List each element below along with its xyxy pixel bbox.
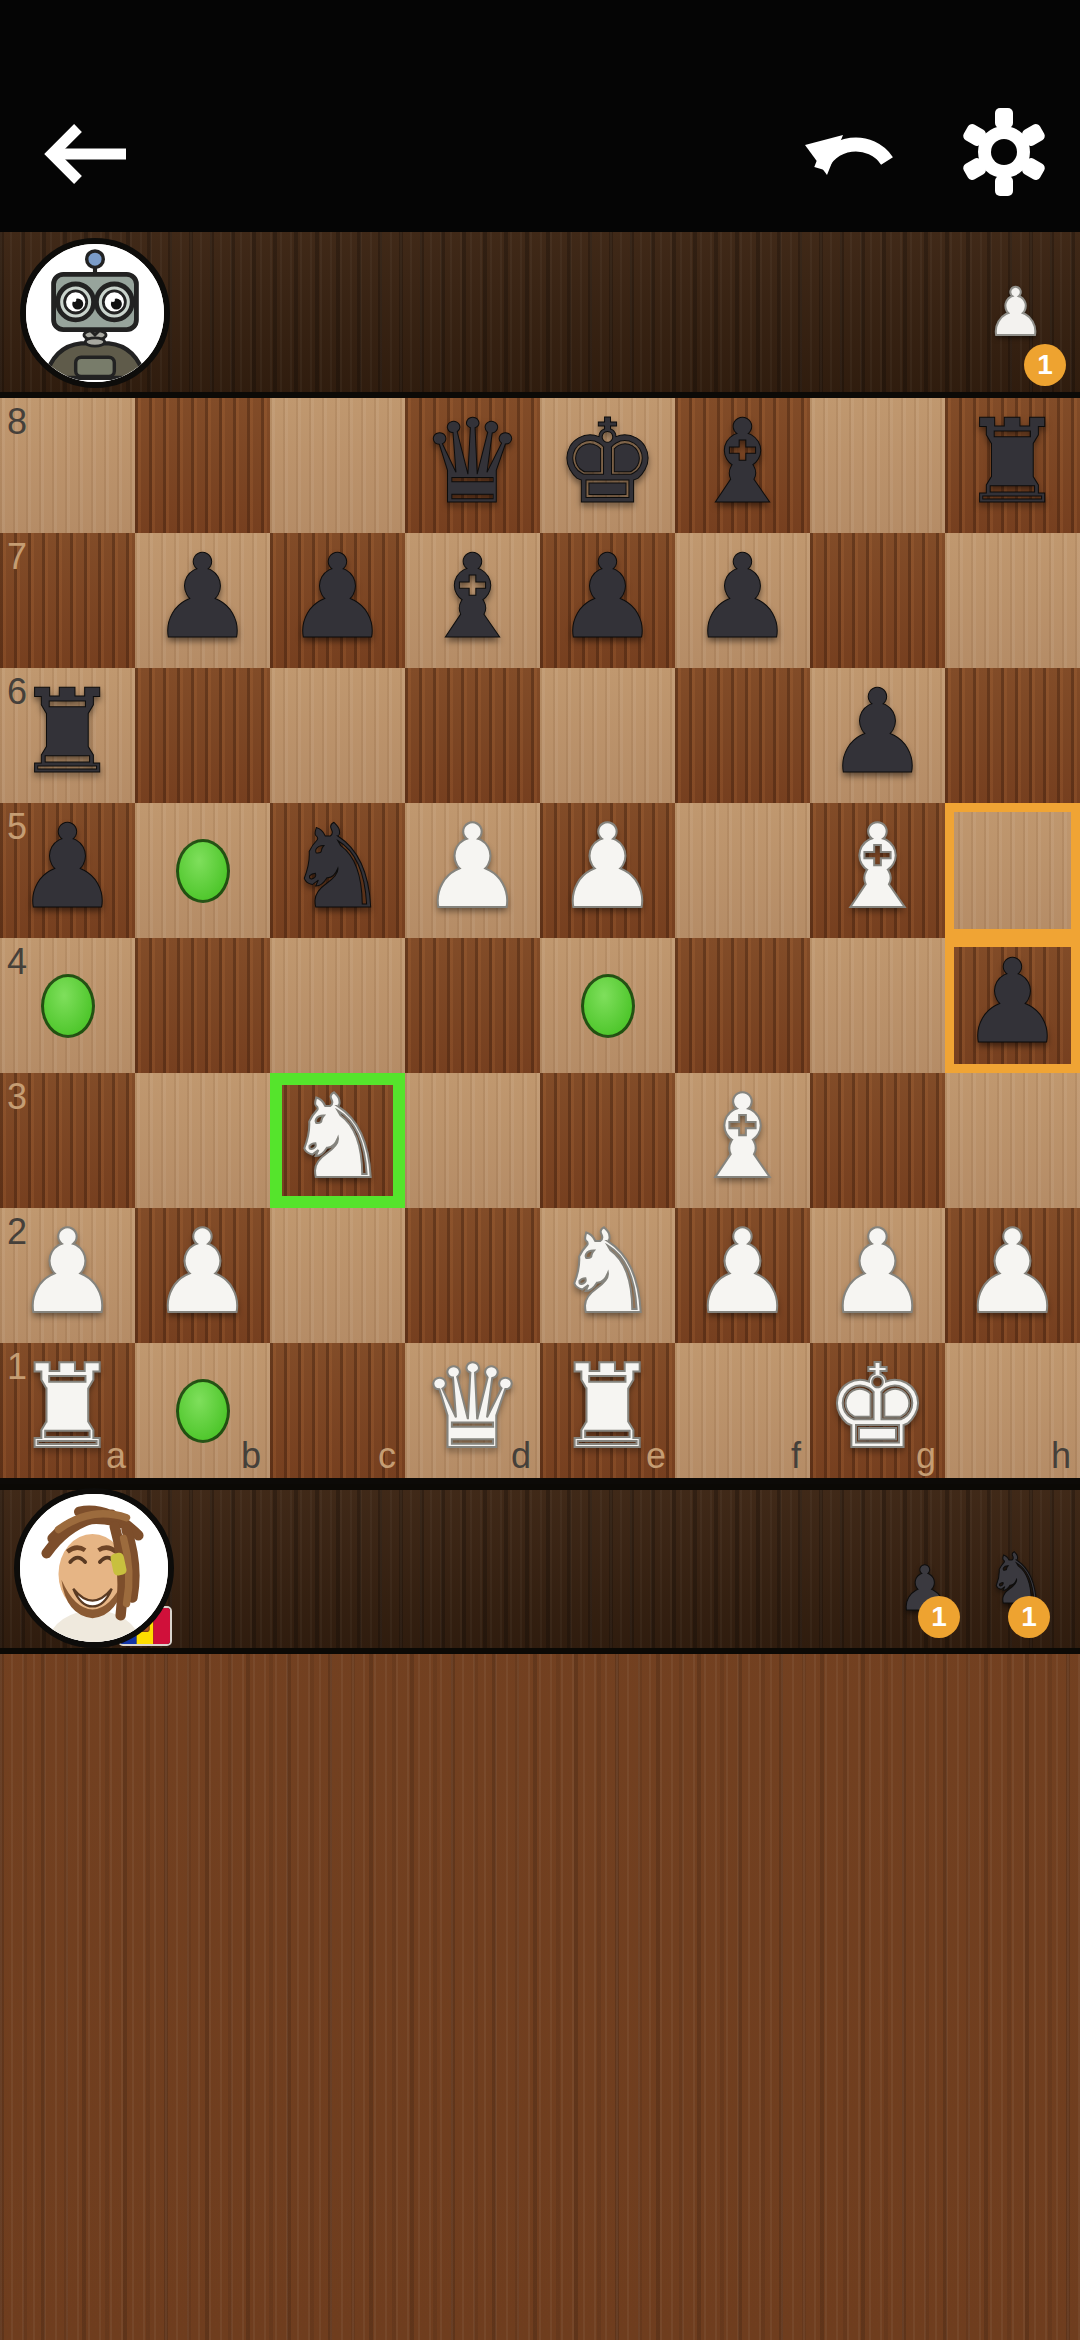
square-c3[interactable]: ♞ (270, 1073, 405, 1208)
square-d4[interactable] (405, 938, 540, 1073)
square-a7[interactable]: 7 (0, 533, 135, 668)
square-e5[interactable]: ♟ (540, 803, 675, 938)
piece-black-pawn: ♟ (270, 529, 405, 664)
square-e3[interactable] (540, 1073, 675, 1208)
piece-white-pawn: ♟ (675, 1204, 810, 1339)
back-arrow-icon (40, 121, 132, 187)
square-b7[interactable]: ♟ (135, 533, 270, 668)
square-d8[interactable]: ♛ (405, 398, 540, 533)
piece-white-pawn: ♟ (540, 799, 675, 934)
square-b5[interactable] (135, 803, 270, 938)
robot-icon (26, 244, 164, 382)
square-c6[interactable] (270, 668, 405, 803)
square-h6[interactable] (945, 668, 1080, 803)
square-f7[interactable]: ♟ (675, 533, 810, 668)
piece-white-pawn: ♟ (405, 799, 540, 934)
undo-icon (803, 113, 899, 187)
square-g5[interactable]: ♝ (810, 803, 945, 938)
piece-white-knight: ♞ (270, 1069, 405, 1204)
square-f5[interactable] (675, 803, 810, 938)
square-h7[interactable] (945, 533, 1080, 668)
square-d2[interactable] (405, 1208, 540, 1343)
piece-white-pawn: ♟ (135, 1204, 270, 1339)
file-label-d: d (511, 1435, 531, 1477)
square-a8[interactable]: 8 (0, 398, 135, 533)
square-a1[interactable]: 1a♜ (0, 1343, 135, 1478)
square-a5[interactable]: 5♟ (0, 803, 135, 938)
piece-black-pawn: ♟ (810, 664, 945, 799)
captured-count-badge: 1 (1024, 344, 1066, 386)
square-e2[interactable]: ♞ (540, 1208, 675, 1343)
square-c7[interactable]: ♟ (270, 533, 405, 668)
square-g2[interactable]: ♟ (810, 1208, 945, 1343)
piece-black-pawn: ♟ (675, 529, 810, 664)
piece-black-king: ♚ (540, 394, 675, 529)
piece-white-bishop: ♝ (675, 1069, 810, 1204)
settings-button[interactable] (952, 100, 1056, 204)
square-b8[interactable] (135, 398, 270, 533)
square-a3[interactable]: 3 (0, 1073, 135, 1208)
file-label-c: c (378, 1435, 396, 1477)
square-b4[interactable] (135, 938, 270, 1073)
move-hint-e4[interactable] (581, 974, 635, 1038)
square-f6[interactable] (675, 668, 810, 803)
piece-black-pawn: ♟ (135, 529, 270, 664)
square-c4[interactable] (270, 938, 405, 1073)
square-a6[interactable]: 6♜ (0, 668, 135, 803)
rank-label-2: 2 (7, 1211, 27, 1253)
square-g6[interactable]: ♟ (810, 668, 945, 803)
chess-app-screen: CPU(Easy) ♟ 1 8♛♚♝♜7♟♟♝♟♟6♜♟5♟♞♟♟♝4♟3♞♝2… (0, 0, 1080, 2340)
piece-white-bishop: ♝ (810, 799, 945, 934)
rank-label-3: 3 (7, 1076, 27, 1118)
piece-black-rook: ♜ (945, 394, 1080, 529)
square-h8[interactable]: ♜ (945, 398, 1080, 533)
square-a2[interactable]: 2♟ (0, 1208, 135, 1343)
rank-label-8: 8 (7, 401, 27, 443)
square-h5[interactable] (945, 803, 1080, 938)
move-hint-a4[interactable] (41, 974, 95, 1038)
square-b1[interactable]: b (135, 1343, 270, 1478)
square-h1[interactable]: h (945, 1343, 1080, 1478)
square-d3[interactable] (405, 1073, 540, 1208)
square-f3[interactable]: ♝ (675, 1073, 810, 1208)
chess-board: 8♛♚♝♜7♟♟♝♟♟6♜♟5♟♞♟♟♝4♟3♞♝2♟♟♞♟♟♟1a♜bcd♛e… (0, 398, 1080, 1478)
rank-label-7: 7 (7, 536, 27, 578)
piece-black-knight: ♞ (270, 799, 405, 934)
piece-black-queen: ♛ (405, 394, 540, 529)
file-label-h: h (1051, 1435, 1071, 1477)
square-f1[interactable]: f (675, 1343, 810, 1478)
gear-icon (956, 104, 1052, 200)
square-b2[interactable]: ♟ (135, 1208, 270, 1343)
square-f4[interactable] (675, 938, 810, 1073)
piece-black-bishop: ♝ (405, 529, 540, 664)
back-button[interactable] (36, 116, 136, 192)
square-f2[interactable]: ♟ (675, 1208, 810, 1343)
piece-black-bishop: ♝ (675, 394, 810, 529)
square-d1[interactable]: d♛ (405, 1343, 540, 1478)
square-c8[interactable] (270, 398, 405, 533)
square-c2[interactable] (270, 1208, 405, 1343)
rank-label-5: 5 (7, 806, 27, 848)
piece-white-knight: ♞ (540, 1204, 675, 1339)
rank-label-4: 4 (7, 941, 27, 983)
file-label-a: a (106, 1435, 126, 1477)
square-a4[interactable]: 4 (0, 938, 135, 1073)
square-c1[interactable]: c (270, 1343, 405, 1478)
player-portrait (20, 1494, 168, 1642)
captured-count-badge: 1 (918, 1596, 960, 1638)
file-label-e: e (646, 1435, 666, 1477)
rank-label-6: 6 (7, 671, 27, 713)
square-f8[interactable]: ♝ (675, 398, 810, 533)
move-hint-b5[interactable] (176, 839, 230, 903)
piece-black-pawn: ♟ (945, 934, 1080, 1069)
square-g3[interactable] (810, 1073, 945, 1208)
square-g4[interactable] (810, 938, 945, 1073)
square-h4[interactable]: ♟ (945, 938, 1080, 1073)
square-e7[interactable]: ♟ (540, 533, 675, 668)
square-e6[interactable] (540, 668, 675, 803)
square-g7[interactable] (810, 533, 945, 668)
piece-black-pawn: ♟ (540, 529, 675, 664)
square-e4[interactable] (540, 938, 675, 1073)
opponent-bar: CPU(Easy) ♟ 1 (0, 232, 1080, 395)
player-avatar (14, 1488, 174, 1648)
captured-white-pawn: ♟ (986, 280, 1045, 346)
square-b3[interactable] (135, 1073, 270, 1208)
square-d7[interactable]: ♝ (405, 533, 540, 668)
square-g1[interactable]: g♚ (810, 1343, 945, 1478)
move-hint-b1[interactable] (176, 1379, 230, 1443)
captured-count-badge: 1 (1008, 1596, 1050, 1638)
rank-label-1: 1 (7, 1346, 27, 1388)
file-label-g: g (916, 1435, 936, 1477)
square-b6[interactable] (135, 668, 270, 803)
app-bar (0, 0, 1080, 232)
square-g8[interactable] (810, 398, 945, 533)
square-d5[interactable]: ♟ (405, 803, 540, 938)
square-e8[interactable]: ♚ (540, 398, 675, 533)
square-h2[interactable]: ♟ (945, 1208, 1080, 1343)
square-e1[interactable]: e♜ (540, 1343, 675, 1478)
square-h3[interactable] (945, 1073, 1080, 1208)
piece-white-pawn: ♟ (810, 1204, 945, 1339)
square-d6[interactable] (405, 668, 540, 803)
square-c5[interactable]: ♞ (270, 803, 405, 938)
file-label-f: f (791, 1435, 801, 1477)
piece-white-pawn: ♟ (945, 1204, 1080, 1339)
cpu-avatar (20, 238, 170, 388)
undo-button[interactable] (796, 108, 906, 192)
file-label-b: b (241, 1435, 261, 1477)
